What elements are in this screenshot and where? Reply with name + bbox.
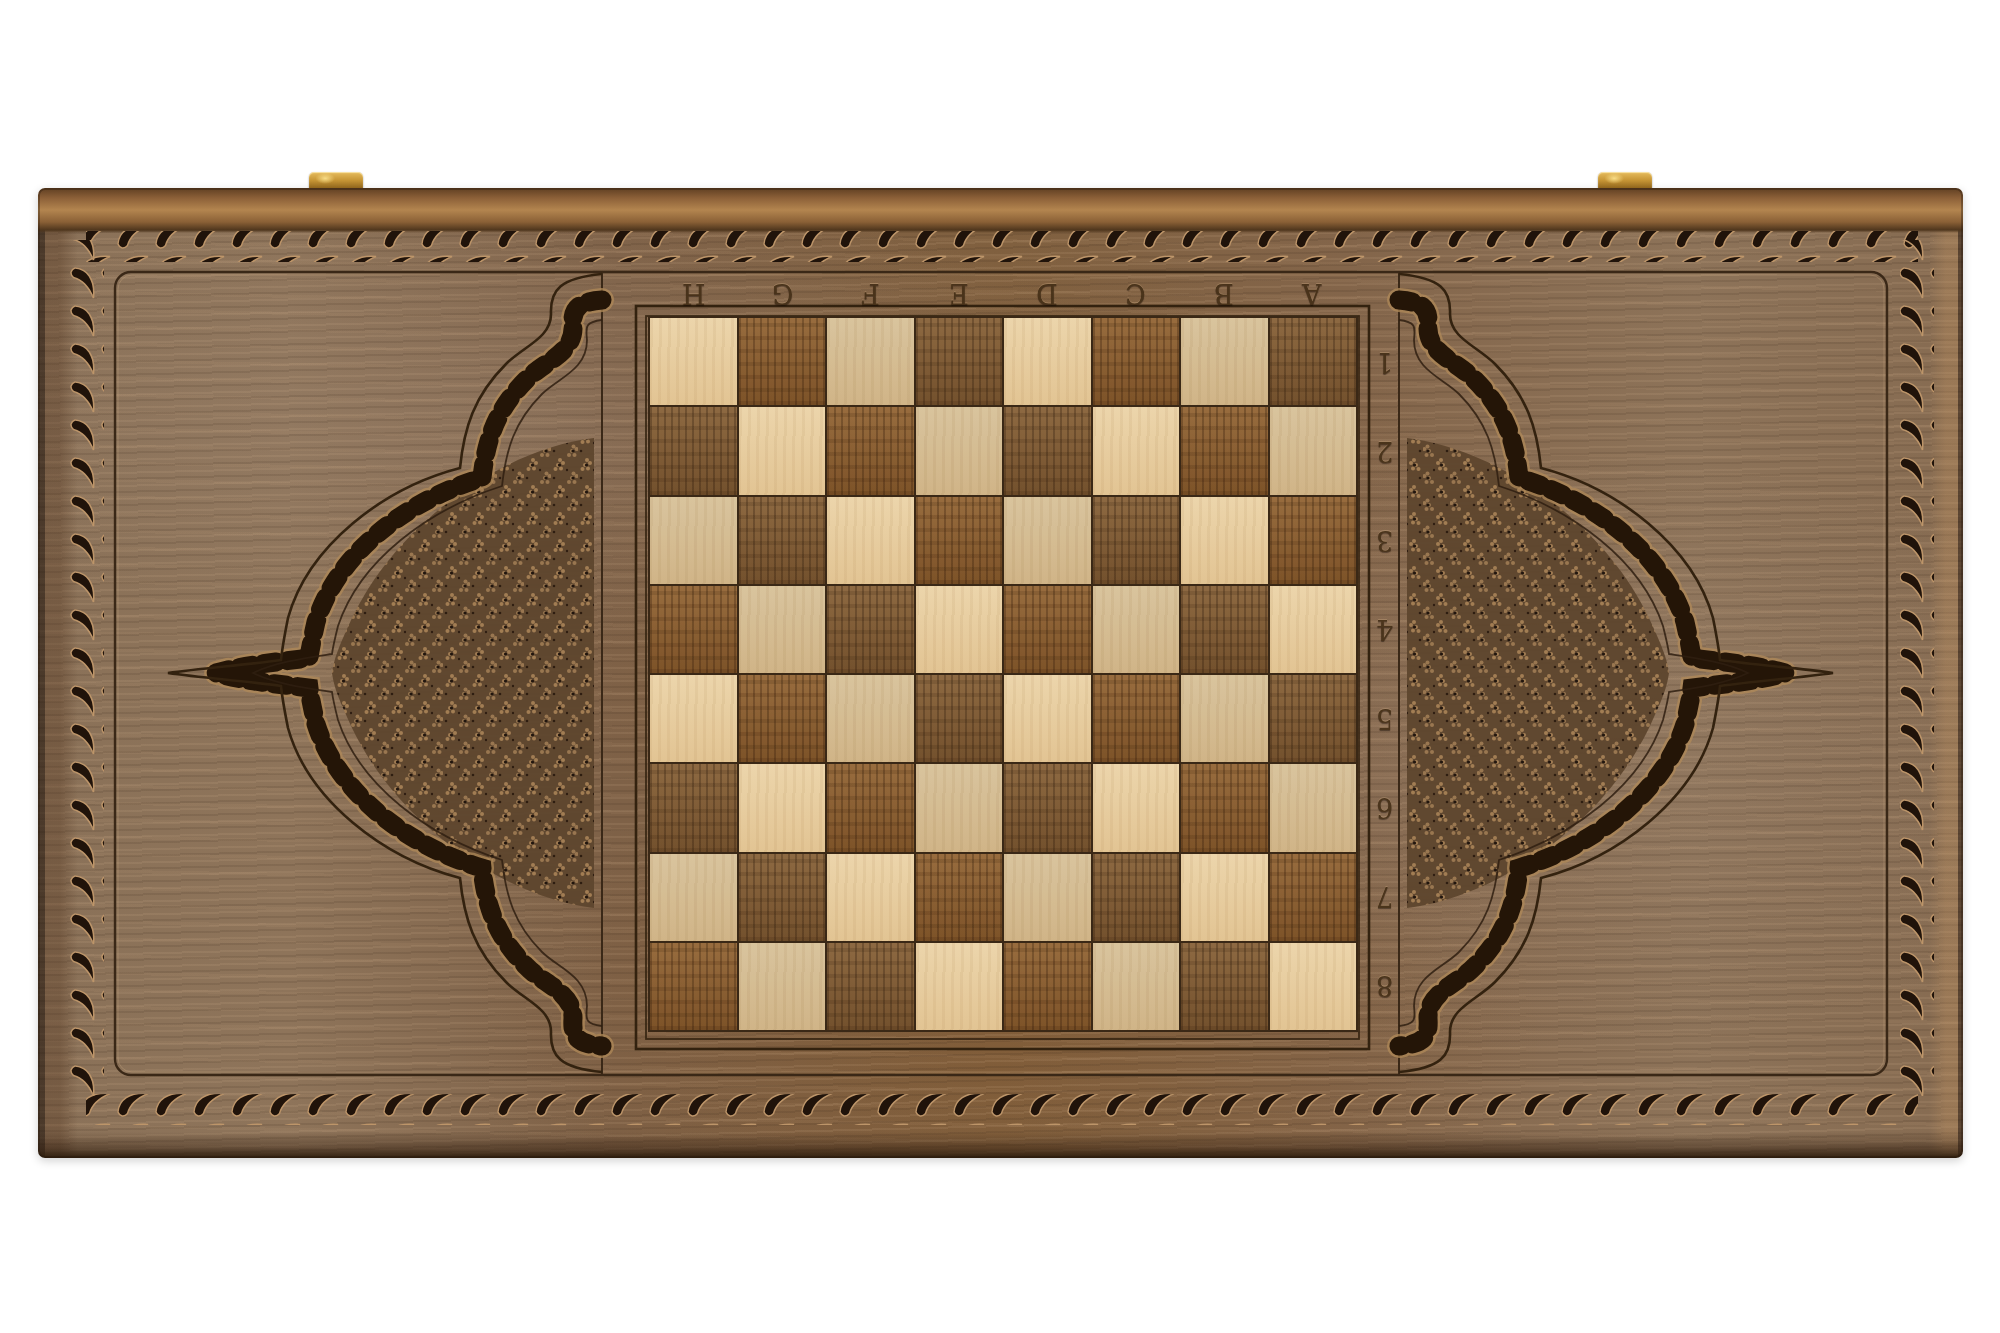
chessboard xyxy=(650,318,1356,1030)
square-a1[interactable] xyxy=(1270,318,1357,405)
square-a5[interactable] xyxy=(1270,675,1357,762)
rank-number: 2 xyxy=(1376,436,1393,467)
square-d7[interactable] xyxy=(1004,854,1091,941)
file-label-b: B xyxy=(1180,276,1268,310)
file-label-d: D xyxy=(1003,276,1091,310)
square-b6[interactable] xyxy=(1181,764,1268,851)
file-letter: E xyxy=(949,278,969,309)
rank-label-3: 3 xyxy=(1368,496,1402,585)
square-e5[interactable] xyxy=(916,675,1003,762)
square-h3[interactable] xyxy=(650,497,737,584)
square-a3[interactable] xyxy=(1270,497,1357,584)
square-a8[interactable] xyxy=(1270,943,1357,1030)
rank-label-6: 6 xyxy=(1368,763,1402,852)
rank-number: 8 xyxy=(1376,970,1393,1001)
square-c5[interactable] xyxy=(1093,675,1180,762)
square-d2[interactable] xyxy=(1004,407,1091,494)
square-e7[interactable] xyxy=(916,854,1003,941)
file-label-e: E xyxy=(915,276,1003,310)
square-h7[interactable] xyxy=(650,854,737,941)
file-letter: A xyxy=(1302,278,1322,309)
rank-label-8: 8 xyxy=(1368,941,1402,1030)
square-c7[interactable] xyxy=(1093,854,1180,941)
square-e2[interactable] xyxy=(916,407,1003,494)
rank-number: 4 xyxy=(1376,614,1393,645)
file-label-f: F xyxy=(827,276,915,310)
square-f2[interactable] xyxy=(827,407,914,494)
square-b1[interactable] xyxy=(1181,318,1268,405)
square-g4[interactable] xyxy=(739,586,826,673)
rank-coordinates: 12345678 xyxy=(1368,318,1402,1030)
file-letter: H xyxy=(682,278,706,309)
square-f3[interactable] xyxy=(827,497,914,584)
square-f1[interactable] xyxy=(827,318,914,405)
rank-number: 3 xyxy=(1376,525,1393,556)
rank-number: 6 xyxy=(1376,792,1393,823)
square-g1[interactable] xyxy=(739,318,826,405)
square-e8[interactable] xyxy=(916,943,1003,1030)
square-h8[interactable] xyxy=(650,943,737,1030)
square-c2[interactable] xyxy=(1093,407,1180,494)
square-e6[interactable] xyxy=(916,764,1003,851)
file-letter: F xyxy=(861,278,880,309)
square-g8[interactable] xyxy=(739,943,826,1030)
square-f8[interactable] xyxy=(827,943,914,1030)
square-b4[interactable] xyxy=(1181,586,1268,673)
rank-label-2: 2 xyxy=(1368,407,1402,496)
rank-label-4: 4 xyxy=(1368,585,1402,674)
square-d3[interactable] xyxy=(1004,497,1091,584)
file-label-h: H xyxy=(650,276,738,310)
square-b5[interactable] xyxy=(1181,675,1268,762)
square-h5[interactable] xyxy=(650,675,737,762)
square-f4[interactable] xyxy=(827,586,914,673)
file-label-g: G xyxy=(738,276,826,310)
file-letter: B xyxy=(1214,278,1234,309)
square-c1[interactable] xyxy=(1093,318,1180,405)
square-a4[interactable] xyxy=(1270,586,1357,673)
file-label-a: A xyxy=(1268,276,1356,310)
photo-stage: HGFEDCBA 12345678 xyxy=(0,0,2000,1333)
square-d8[interactable] xyxy=(1004,943,1091,1030)
square-g3[interactable] xyxy=(739,497,826,584)
square-d4[interactable] xyxy=(1004,586,1091,673)
square-a7[interactable] xyxy=(1270,854,1357,941)
square-d1[interactable] xyxy=(1004,318,1091,405)
square-f5[interactable] xyxy=(827,675,914,762)
square-b2[interactable] xyxy=(1181,407,1268,494)
square-e4[interactable] xyxy=(916,586,1003,673)
square-g6[interactable] xyxy=(739,764,826,851)
square-e1[interactable] xyxy=(916,318,1003,405)
file-letter: D xyxy=(1036,278,1058,309)
square-d6[interactable] xyxy=(1004,764,1091,851)
square-f7[interactable] xyxy=(827,854,914,941)
file-coordinates: HGFEDCBA xyxy=(650,276,1356,310)
square-h1[interactable] xyxy=(650,318,737,405)
square-c6[interactable] xyxy=(1093,764,1180,851)
rank-number: 5 xyxy=(1376,703,1393,734)
square-g7[interactable] xyxy=(739,854,826,941)
square-f6[interactable] xyxy=(827,764,914,851)
square-c8[interactable] xyxy=(1093,943,1180,1030)
square-b8[interactable] xyxy=(1181,943,1268,1030)
square-c4[interactable] xyxy=(1093,586,1180,673)
rank-label-1: 1 xyxy=(1368,318,1402,407)
chess-backgammon-box: HGFEDCBA 12345678 xyxy=(38,188,1963,1158)
rank-label-7: 7 xyxy=(1368,852,1402,941)
square-b3[interactable] xyxy=(1181,497,1268,584)
square-a2[interactable] xyxy=(1270,407,1357,494)
square-g2[interactable] xyxy=(739,407,826,494)
rank-label-5: 5 xyxy=(1368,674,1402,763)
file-letter: C xyxy=(1125,278,1146,309)
rank-number: 7 xyxy=(1376,881,1393,912)
square-d5[interactable] xyxy=(1004,675,1091,762)
square-b7[interactable] xyxy=(1181,854,1268,941)
square-h2[interactable] xyxy=(650,407,737,494)
rank-number: 1 xyxy=(1376,347,1393,378)
square-g5[interactable] xyxy=(739,675,826,762)
square-e3[interactable] xyxy=(916,497,1003,584)
square-c3[interactable] xyxy=(1093,497,1180,584)
square-h6[interactable] xyxy=(650,764,737,851)
square-h4[interactable] xyxy=(650,586,737,673)
file-label-c: C xyxy=(1091,276,1179,310)
square-a6[interactable] xyxy=(1270,764,1357,851)
file-letter: G xyxy=(772,278,794,309)
